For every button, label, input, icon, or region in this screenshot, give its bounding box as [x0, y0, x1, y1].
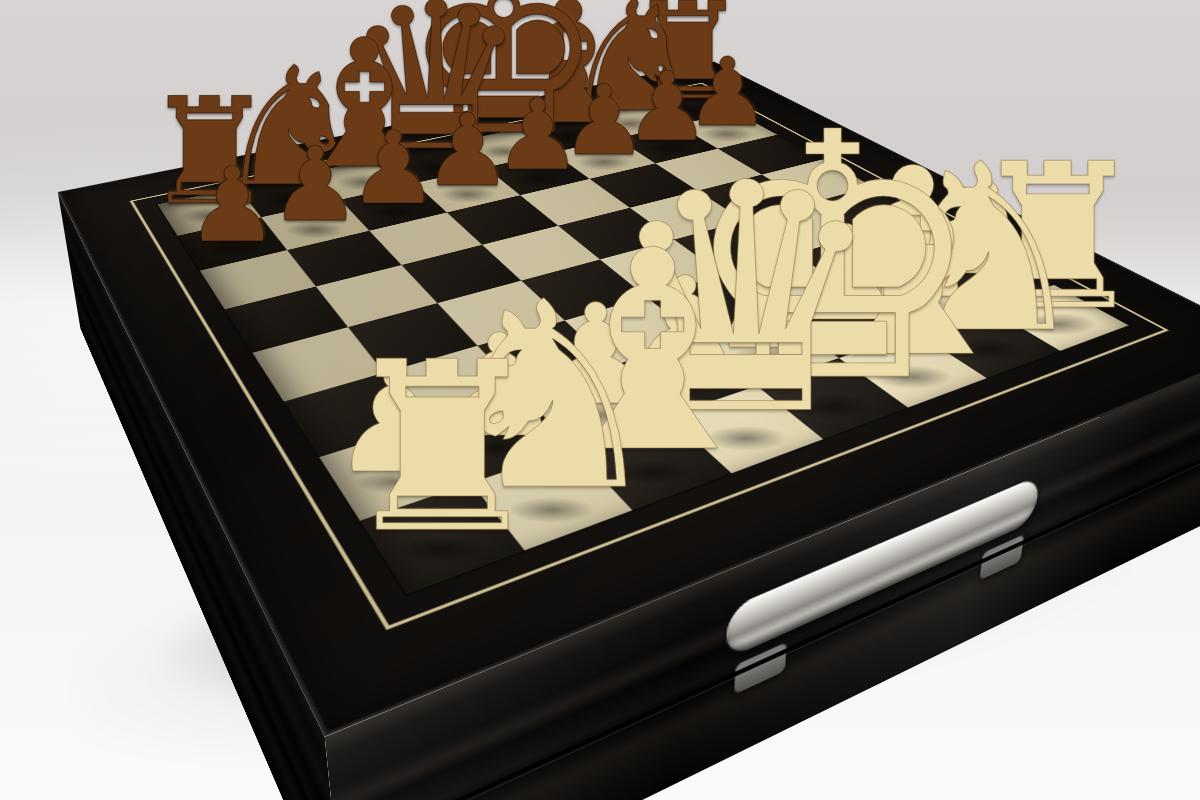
- black-pawn-b7[interactable]: ♟: [269, 134, 361, 237]
- black-pawn-a7[interactable]: ♟: [186, 153, 279, 257]
- white-rook-a1[interactable]: ♜: [337, 332, 547, 566]
- product-photo-page: { "game": "chess", "scene": { "descripti…: [0, 0, 1200, 800]
- black-pawn-c7[interactable]: ♟: [348, 117, 439, 218]
